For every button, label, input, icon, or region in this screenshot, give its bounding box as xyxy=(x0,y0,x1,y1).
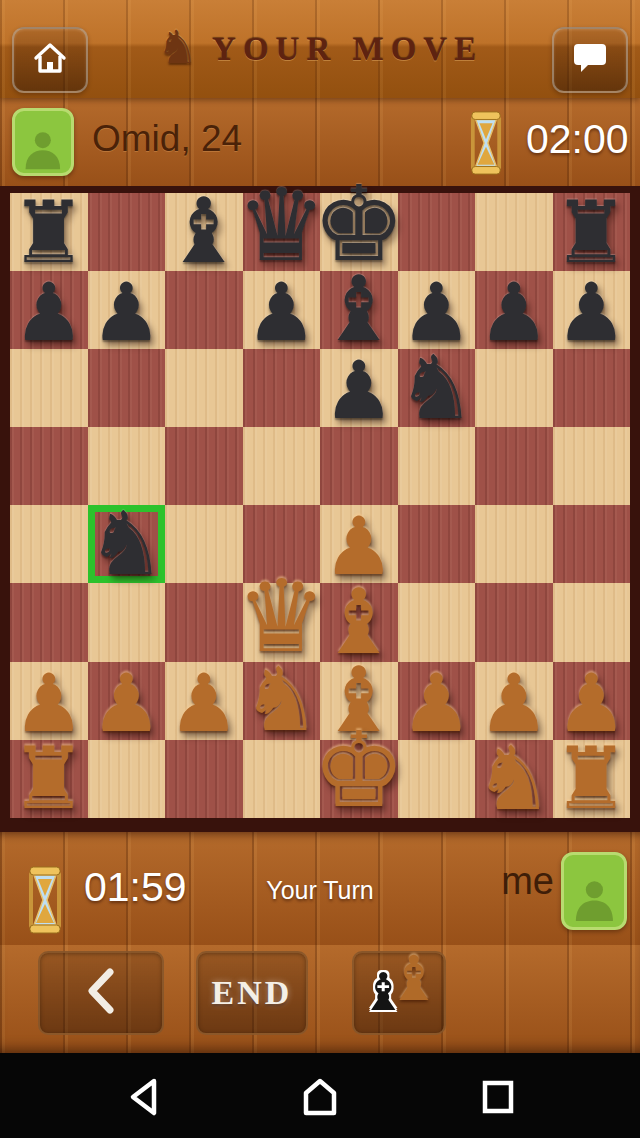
square-h1[interactable]: ♜ xyxy=(553,740,631,818)
square-f8[interactable] xyxy=(398,193,476,271)
square-a6[interactable] xyxy=(10,349,88,427)
square-g6[interactable] xyxy=(475,349,553,427)
square-h7[interactable]: ♟ xyxy=(553,271,631,349)
square-c1[interactable] xyxy=(165,740,243,818)
white-knight[interactable]: ♞ xyxy=(474,739,553,818)
page-title: YOUR MOVE xyxy=(212,31,483,68)
black-bishop[interactable]: ♝ xyxy=(318,268,399,349)
black-bishop[interactable]: ♝ xyxy=(163,190,244,271)
square-g7[interactable]: ♟ xyxy=(475,271,553,349)
chat-button[interactable] xyxy=(552,27,628,93)
black-pawn[interactable]: ♟ xyxy=(555,277,627,349)
square-g8[interactable] xyxy=(475,193,553,271)
square-a4[interactable] xyxy=(10,505,88,583)
square-f6[interactable]: ♞ xyxy=(398,349,476,427)
android-navbar xyxy=(0,1053,640,1138)
square-h4[interactable] xyxy=(553,505,631,583)
board-frame: ♜♝♛♚♜♟♟♟♝♟♟♟♟♞♞♟♛♝♟♟♟♞♝♟♟♟♜♚♞♜ xyxy=(0,186,640,832)
square-d8[interactable]: ♛ xyxy=(243,193,321,271)
square-b2[interactable]: ♟ xyxy=(88,662,166,740)
controls-bar: END ♝ ♝ xyxy=(0,945,640,1053)
black-knight[interactable]: ♞ xyxy=(87,504,166,583)
square-e7[interactable]: ♝ xyxy=(320,271,398,349)
back-button[interactable] xyxy=(38,951,164,1035)
white-rook[interactable]: ♜ xyxy=(10,740,87,817)
square-a5[interactable] xyxy=(10,427,88,505)
square-e5[interactable] xyxy=(320,427,398,505)
square-a8[interactable]: ♜ xyxy=(10,193,88,271)
white-knight[interactable]: ♞ xyxy=(242,660,321,739)
square-a3[interactable] xyxy=(10,583,88,661)
black-knight[interactable]: ♞ xyxy=(397,348,476,427)
square-c5[interactable] xyxy=(165,427,243,505)
square-e6[interactable]: ♟ xyxy=(320,349,398,427)
board: ♜♝♛♚♜♟♟♟♝♟♟♟♟♞♞♟♛♝♟♟♟♞♝♟♟♟♜♚♞♜ xyxy=(10,193,630,818)
black-pawn[interactable]: ♟ xyxy=(13,277,85,349)
square-f4[interactable] xyxy=(398,505,476,583)
my-avatar[interactable] xyxy=(561,852,627,930)
square-a1[interactable]: ♜ xyxy=(10,740,88,818)
square-c8[interactable]: ♝ xyxy=(165,193,243,271)
square-g3[interactable] xyxy=(475,583,553,661)
black-pawn[interactable]: ♟ xyxy=(478,277,550,349)
square-c2[interactable]: ♟ xyxy=(165,662,243,740)
square-g4[interactable] xyxy=(475,505,553,583)
my-name: me xyxy=(501,860,554,903)
black-pawn[interactable]: ♟ xyxy=(323,355,395,427)
chat-bubble-icon xyxy=(572,42,608,78)
white-pawn[interactable]: ♟ xyxy=(400,668,472,740)
person-silhouette-icon xyxy=(571,868,618,927)
black-rook[interactable]: ♜ xyxy=(553,194,630,271)
home-button[interactable] xyxy=(12,27,88,93)
square-f1[interactable] xyxy=(398,740,476,818)
square-g1[interactable]: ♞ xyxy=(475,740,553,818)
black-pawn[interactable]: ♟ xyxy=(245,277,317,349)
square-h5[interactable] xyxy=(553,427,631,505)
black-rook[interactable]: ♜ xyxy=(10,194,87,271)
square-e1[interactable]: ♚ xyxy=(320,740,398,818)
android-back-icon[interactable] xyxy=(125,1077,165,1121)
captured-pieces-button[interactable]: ♝ ♝ xyxy=(352,951,446,1035)
end-button[interactable]: END xyxy=(196,951,308,1035)
white-king[interactable]: ♚ xyxy=(312,724,405,818)
top-title-bar: ♞ YOUR MOVE xyxy=(0,0,640,98)
opponent-clock: 02:00 xyxy=(526,116,629,163)
square-d2[interactable]: ♞ xyxy=(243,662,321,740)
square-b7[interactable]: ♟ xyxy=(88,271,166,349)
square-h6[interactable] xyxy=(553,349,631,427)
person-silhouette-icon xyxy=(21,122,65,173)
square-c3[interactable] xyxy=(165,583,243,661)
knight-statuette-icon: ♞ xyxy=(157,24,198,70)
end-button-label: END xyxy=(212,974,293,1012)
android-recents-icon[interactable] xyxy=(478,1077,518,1121)
square-c4[interactable] xyxy=(165,505,243,583)
hourglass-icon xyxy=(470,111,502,175)
square-a7[interactable]: ♟ xyxy=(10,271,88,349)
square-f2[interactable]: ♟ xyxy=(398,662,476,740)
opponent-avatar[interactable] xyxy=(12,108,74,176)
square-b6[interactable] xyxy=(88,349,166,427)
white-pawn[interactable]: ♟ xyxy=(90,668,162,740)
captured-pieces-bishops-icon: ♝ ♝ xyxy=(356,954,442,1032)
android-home-icon[interactable] xyxy=(298,1077,342,1121)
title-group: ♞ YOUR MOVE xyxy=(0,0,640,98)
square-b4[interactable]: ♞ xyxy=(88,505,166,583)
square-g5[interactable] xyxy=(475,427,553,505)
black-pawn[interactable]: ♟ xyxy=(90,277,162,349)
square-d5[interactable] xyxy=(243,427,321,505)
square-h3[interactable] xyxy=(553,583,631,661)
home-icon xyxy=(33,42,67,78)
opponent-name: Omid, 24 xyxy=(92,118,242,160)
square-c6[interactable] xyxy=(165,349,243,427)
square-d6[interactable] xyxy=(243,349,321,427)
square-h8[interactable]: ♜ xyxy=(553,193,631,271)
my-bar: 01:59 Your Turn me xyxy=(0,832,640,945)
chevron-left-icon xyxy=(84,967,118,1019)
square-d7[interactable]: ♟ xyxy=(243,271,321,349)
white-pawn[interactable]: ♟ xyxy=(168,668,240,740)
square-b8[interactable] xyxy=(88,193,166,271)
square-f3[interactable] xyxy=(398,583,476,661)
square-b1[interactable] xyxy=(88,740,166,818)
white-rook[interactable]: ♜ xyxy=(553,740,630,817)
